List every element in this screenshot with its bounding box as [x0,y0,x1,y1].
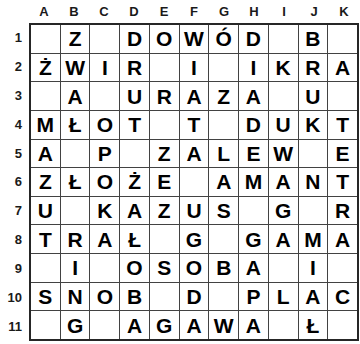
grid-cell-C4[interactable]: O [90,111,119,139]
grid-cell-H1[interactable]: D [239,25,268,53]
grid-cell-J2[interactable]: R [299,54,328,82]
grid-cell-A2[interactable]: Ż [31,54,60,82]
grid-cell-C10[interactable]: O [90,283,119,311]
crossword-grid: ZDOWÓDBŻWIRIIKRAAURAZAUMŁOTTDUKTAPZALEWE… [29,23,359,341]
grid-cell-C11[interactable] [90,311,119,339]
grid-cell-G4[interactable] [209,111,238,139]
grid-cell-F7[interactable]: U [180,197,209,225]
grid-cell-E11[interactable]: G [150,311,179,339]
grid-cell-D7[interactable]: A [120,197,149,225]
grid-cell-G11[interactable]: W [209,311,238,339]
grid-cell-J8[interactable]: M [299,225,328,253]
grid-cell-B2[interactable]: W [61,54,90,82]
grid-cell-I1[interactable] [269,25,298,53]
grid-cell-H10[interactable]: P [239,283,268,311]
grid-cell-D3[interactable]: U [120,82,149,110]
column-label-K: K [329,0,359,23]
grid-cell-F5[interactable]: A [180,140,209,168]
grid-cell-C6[interactable]: O [90,168,119,196]
grid-cell-C7[interactable]: K [90,197,119,225]
grid-cell-K5[interactable]: E [328,140,357,168]
grid-cell-F3[interactable]: A [180,82,209,110]
grid-cell-F4[interactable]: T [180,111,209,139]
grid-cell-B6[interactable]: Ł [61,168,90,196]
grid-cell-G1[interactable]: Ó [209,25,238,53]
grid-cell-C8[interactable]: A [90,225,119,253]
grid-cell-K8[interactable]: A [328,225,357,253]
grid-cell-G3[interactable]: Z [209,82,238,110]
grid-cell-C3[interactable] [90,82,119,110]
column-label-H: H [239,0,269,23]
grid-cell-I5[interactable]: W [269,140,298,168]
grid-cell-A3[interactable] [31,82,60,110]
grid-cell-J1[interactable]: B [299,25,328,53]
grid-cell-B5[interactable] [61,140,90,168]
grid-cell-K6[interactable]: T [328,168,357,196]
grid-cell-B1[interactable]: Z [61,25,90,53]
grid-cell-H2[interactable]: I [239,54,268,82]
grid-cell-F10[interactable]: D [180,283,209,311]
grid-cell-G10[interactable] [209,283,238,311]
grid-cell-H11[interactable]: A [239,311,268,339]
grid-cell-A11[interactable] [31,311,60,339]
grid-cell-E3[interactable]: R [150,82,179,110]
grid-cell-A9[interactable] [31,254,60,282]
grid-cell-I7[interactable]: G [269,197,298,225]
crossword-page: ABCDEFGHIJK 1234567891011 ZDOWÓDBŻWIRIIK… [0,0,360,344]
column-label-I: I [269,0,299,23]
grid-cell-K3[interactable] [328,82,357,110]
grid-cell-D10[interactable]: B [120,283,149,311]
grid-cell-E1[interactable]: O [150,25,179,53]
row-label-5: 5 [0,139,29,168]
row-label-3: 3 [0,81,29,110]
grid-cell-A5[interactable]: A [31,140,60,168]
grid-cell-K2[interactable]: A [328,54,357,82]
grid-cell-J10[interactable]: A [299,283,328,311]
row-label-1: 1 [0,23,29,52]
grid-cell-F2[interactable]: I [180,54,209,82]
grid-cell-G6[interactable]: A [209,168,238,196]
grid-cell-G2[interactable] [209,54,238,82]
grid-cell-B11[interactable]: G [61,311,90,339]
grid-cell-K10[interactable]: C [328,283,357,311]
grid-cell-D1[interactable]: D [120,25,149,53]
grid-cell-J9[interactable]: I [299,254,328,282]
grid-cell-H7[interactable] [239,197,268,225]
row-label-6: 6 [0,168,29,197]
grid-cell-I8[interactable]: A [269,225,298,253]
row-label-8: 8 [0,225,29,254]
grid-cell-D8[interactable]: Ł [120,225,149,253]
grid-cell-B7[interactable] [61,197,90,225]
grid-cell-C9[interactable] [90,254,119,282]
row-label-7: 7 [0,196,29,225]
grid-cell-I2[interactable]: K [269,54,298,82]
grid-cell-J7[interactable] [299,197,328,225]
grid-cell-F11[interactable]: A [180,311,209,339]
grid-cell-E10[interactable] [150,283,179,311]
grid-cell-D4[interactable]: T [120,111,149,139]
row-labels: 1234567891011 [0,23,29,341]
grid-cell-H3[interactable]: A [239,82,268,110]
column-labels: ABCDEFGHIJK [29,0,359,23]
grid-cell-I4[interactable]: U [269,111,298,139]
grid-cell-B10[interactable]: N [61,283,90,311]
grid-cell-E4[interactable] [150,111,179,139]
grid-cell-J11[interactable]: Ł [299,311,328,339]
grid-cell-K7[interactable]: R [328,197,357,225]
column-label-J: J [299,0,329,23]
row-label-2: 2 [0,52,29,81]
grid-cell-D6[interactable]: Ż [120,168,149,196]
grid-cell-A1[interactable] [31,25,60,53]
grid-cell-F6[interactable] [180,168,209,196]
row-label-10: 10 [0,283,29,312]
grid-cell-D2[interactable]: R [120,54,149,82]
grid-cell-D11[interactable]: A [120,311,149,339]
column-label-E: E [149,0,179,23]
row-label-4: 4 [0,110,29,139]
grid-cell-K9[interactable] [328,254,357,282]
grid-cell-G7[interactable]: S [209,197,238,225]
grid-cell-E6[interactable]: E [150,168,179,196]
row-label-9: 9 [0,254,29,283]
grid-cell-E7[interactable]: Z [150,197,179,225]
column-label-C: C [89,0,119,23]
column-label-A: A [29,0,59,23]
grid-cell-I10[interactable]: L [269,283,298,311]
grid-cell-D5[interactable] [120,140,149,168]
grid-cell-H6[interactable]: M [239,168,268,196]
grid-cell-J5[interactable] [299,140,328,168]
grid-cell-E8[interactable] [150,225,179,253]
grid-cell-K4[interactable]: T [328,111,357,139]
grid-cell-E2[interactable] [150,54,179,82]
grid-cell-J6[interactable]: N [299,168,328,196]
grid-cell-B8[interactable]: R [61,225,90,253]
grid-cell-I9[interactable] [269,254,298,282]
grid-cell-H5[interactable]: E [239,140,268,168]
grid-cell-G5[interactable]: L [209,140,238,168]
grid-cell-A8[interactable]: T [31,225,60,253]
grid-cell-G9[interactable]: B [209,254,238,282]
grid-cell-B9[interactable]: I [61,254,90,282]
row-label-11: 11 [0,312,29,341]
grid-cell-H8[interactable]: G [239,225,268,253]
grid-cell-I6[interactable]: A [269,168,298,196]
grid-cell-I11[interactable] [269,311,298,339]
grid-cell-C2[interactable]: I [90,54,119,82]
grid-cell-H4[interactable]: D [239,111,268,139]
grid-cell-A7[interactable]: U [31,197,60,225]
grid-cell-C1[interactable] [90,25,119,53]
grid-cell-J4[interactable]: K [299,111,328,139]
column-label-F: F [179,0,209,23]
grid-cell-A6[interactable]: Z [31,168,60,196]
grid-cell-B4[interactable]: Ł [61,111,90,139]
grid-cell-H9[interactable]: A [239,254,268,282]
grid-cell-E5[interactable]: Z [150,140,179,168]
grid-cell-C5[interactable]: P [90,140,119,168]
grid-cell-D9[interactable]: O [120,254,149,282]
column-label-G: G [209,0,239,23]
grid-cell-I3[interactable] [269,82,298,110]
column-label-B: B [59,0,89,23]
grid-cell-B3[interactable]: A [61,82,90,110]
grid-cell-F9[interactable]: O [180,254,209,282]
grid-cell-K11[interactable] [328,311,357,339]
grid-cell-J3[interactable]: U [299,82,328,110]
grid-cell-K1[interactable] [328,25,357,53]
column-label-D: D [119,0,149,23]
grid-cell-G8[interactable] [209,225,238,253]
grid-cell-F8[interactable]: G [180,225,209,253]
grid-cell-A10[interactable]: S [31,283,60,311]
grid-cell-A4[interactable]: M [31,111,60,139]
grid-cell-F1[interactable]: W [180,25,209,53]
grid-cell-E9[interactable]: S [150,254,179,282]
